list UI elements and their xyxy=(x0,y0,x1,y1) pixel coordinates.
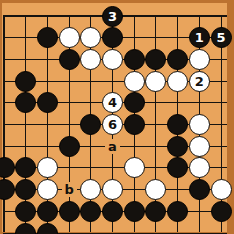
black-stone xyxy=(59,136,80,157)
black-stone: 3 xyxy=(102,6,123,27)
black-stone xyxy=(167,136,188,157)
white-stone xyxy=(167,71,188,92)
black-stone: 5 xyxy=(211,27,232,48)
move-number-label: 1 xyxy=(195,31,204,44)
black-stone xyxy=(167,114,188,135)
white-stone xyxy=(189,49,210,70)
black-stone xyxy=(124,201,145,222)
move-number-label: 5 xyxy=(216,31,225,44)
white-stone xyxy=(145,71,166,92)
black-stone xyxy=(59,49,80,70)
black-stone xyxy=(37,27,58,48)
white-stone xyxy=(59,27,80,48)
black-stone xyxy=(211,201,232,222)
white-stone: 6 xyxy=(102,114,123,135)
white-stone xyxy=(124,157,145,178)
black-stone xyxy=(15,201,36,222)
white-stone xyxy=(102,179,123,200)
white-stone xyxy=(102,49,123,70)
black-stone xyxy=(167,49,188,70)
black-stone xyxy=(59,201,80,222)
white-stone xyxy=(124,71,145,92)
point-label-a: a xyxy=(105,139,120,154)
black-stone xyxy=(189,179,210,200)
white-stone xyxy=(211,179,232,200)
white-stone xyxy=(189,114,210,135)
white-stone: 2 xyxy=(189,71,210,92)
black-stone xyxy=(124,49,145,70)
go-diagram: 315246ab xyxy=(0,0,234,234)
move-number-label: 4 xyxy=(108,96,117,109)
black-stone xyxy=(15,71,36,92)
black-stone xyxy=(124,114,145,135)
move-number-label: 3 xyxy=(108,10,117,23)
black-stone xyxy=(167,201,188,222)
move-number-label: 2 xyxy=(195,75,204,88)
move-number-label: 6 xyxy=(108,118,117,131)
black-stone: 1 xyxy=(189,27,210,48)
black-stone xyxy=(80,201,101,222)
black-stone xyxy=(102,201,123,222)
black-stone xyxy=(124,92,145,113)
white-stone xyxy=(189,136,210,157)
white-stone xyxy=(37,179,58,200)
point-label-b: b xyxy=(62,182,77,197)
black-stone xyxy=(37,201,58,222)
